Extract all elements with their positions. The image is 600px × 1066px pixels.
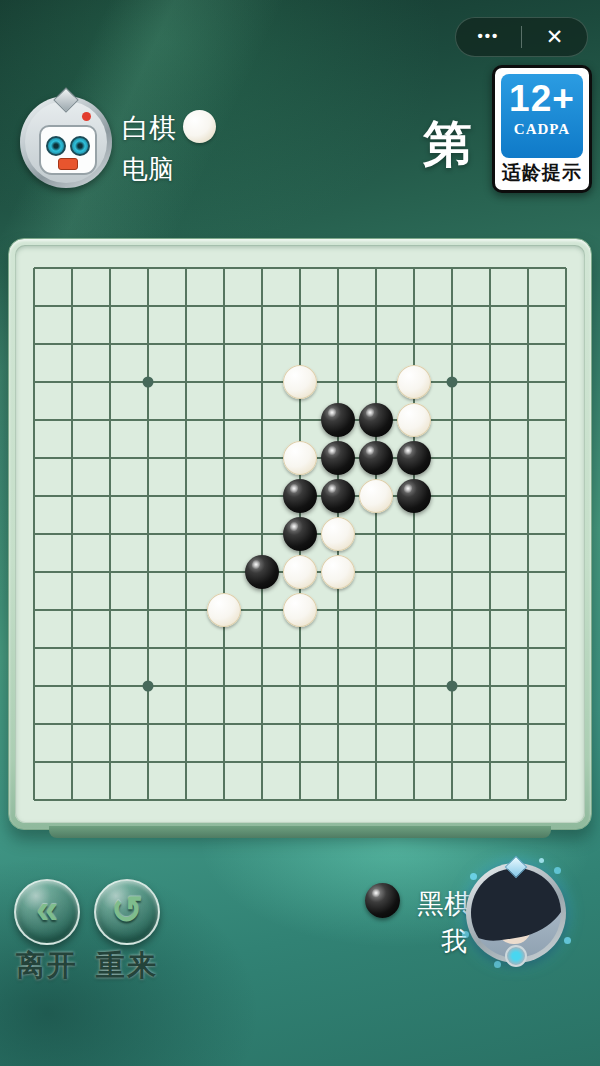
board-cell[interactable]: [91, 629, 129, 667]
board-cell[interactable]: [395, 515, 433, 553]
board-cell[interactable]: [53, 287, 91, 325]
board-cell[interactable]: [281, 553, 319, 591]
board-cell[interactable]: [205, 781, 243, 819]
white-player-name: 电脑: [122, 152, 174, 187]
board-cell[interactable]: [395, 287, 433, 325]
board-cell[interactable]: [129, 477, 167, 515]
restart-button-label: 重来: [86, 946, 168, 986]
board-grid: [15, 249, 585, 819]
board-cell[interactable]: [395, 249, 433, 287]
board-cell[interactable]: [509, 249, 547, 287]
board-cell[interactable]: [205, 287, 243, 325]
age-rating-text: 12+: [501, 80, 583, 117]
board-cell[interactable]: [167, 629, 205, 667]
board-cell[interactable]: [357, 781, 395, 819]
board-cell[interactable]: [357, 743, 395, 781]
leave-button-label: 离开: [6, 946, 88, 986]
board-cell[interactable]: [281, 287, 319, 325]
board-cell[interactable]: [91, 325, 129, 363]
board-cell[interactable]: [547, 249, 585, 287]
board-cell[interactable]: [129, 287, 167, 325]
board-cell[interactable]: [281, 325, 319, 363]
white-stone-icon: [183, 110, 216, 143]
board-cell[interactable]: [547, 591, 585, 629]
restart-button[interactable]: ↺: [94, 879, 160, 945]
board-cell[interactable]: [91, 591, 129, 629]
board-cell[interactable]: [509, 705, 547, 743]
window-controls: ••• ✕: [455, 17, 588, 57]
board-cell[interactable]: [129, 515, 167, 553]
board-cell[interactable]: [547, 515, 585, 553]
board-cell[interactable]: [547, 553, 585, 591]
board-cell[interactable]: [129, 629, 167, 667]
board-cell[interactable]: [15, 287, 53, 325]
board-cell[interactable]: [547, 287, 585, 325]
board-cell[interactable]: [91, 401, 129, 439]
board-cell[interactable]: [319, 287, 357, 325]
star-point: [143, 377, 154, 388]
board-cell[interactable]: [167, 401, 205, 439]
board-cell[interactable]: [509, 325, 547, 363]
board-cell[interactable]: [53, 401, 91, 439]
board-cell[interactable]: [433, 363, 471, 401]
black-stone: [397, 441, 431, 475]
board-cell[interactable]: [205, 477, 243, 515]
board-cell[interactable]: [357, 629, 395, 667]
board-cell[interactable]: [433, 743, 471, 781]
board-cell[interactable]: [471, 781, 509, 819]
board-cell[interactable]: [15, 249, 53, 287]
board-cell[interactable]: [433, 553, 471, 591]
board-cell[interactable]: [205, 667, 243, 705]
board-cell[interactable]: [15, 363, 53, 401]
board-cell[interactable]: [433, 591, 471, 629]
board-cell[interactable]: [53, 249, 91, 287]
board-cell[interactable]: [433, 249, 471, 287]
board-cell[interactable]: [395, 363, 433, 401]
board-cell[interactable]: [205, 515, 243, 553]
board-cell[interactable]: [167, 781, 205, 819]
board-cell[interactable]: [91, 363, 129, 401]
board-cell[interactable]: [243, 781, 281, 819]
black-stone: [359, 441, 393, 475]
board-cell[interactable]: [395, 553, 433, 591]
board-cell[interactable]: [167, 287, 205, 325]
black-stone: [321, 403, 355, 437]
more-button[interactable]: •••: [456, 18, 521, 56]
board-cell[interactable]: [167, 249, 205, 287]
board-cell[interactable]: [243, 705, 281, 743]
age-note-text: 适龄提示: [495, 160, 589, 186]
board-cell[interactable]: [91, 667, 129, 705]
white-stone: [397, 365, 431, 399]
board-cell[interactable]: [243, 553, 281, 591]
board-cell[interactable]: [53, 743, 91, 781]
board-cell[interactable]: [129, 591, 167, 629]
board-cell[interactable]: [509, 287, 547, 325]
black-stone: [245, 555, 279, 589]
black-player-avatar: [466, 863, 566, 963]
white-stone: [397, 403, 431, 437]
board-cell[interactable]: [129, 363, 167, 401]
board-cell[interactable]: [167, 325, 205, 363]
black-stone: [321, 479, 355, 513]
board-cell[interactable]: [319, 667, 357, 705]
board-cell[interactable]: [243, 477, 281, 515]
game-screen: ••• ✕ 第 12+ CADPA 适龄提示 白棋 电脑: [0, 0, 600, 1066]
white-stone: [359, 479, 393, 513]
board-cell[interactable]: [167, 439, 205, 477]
board-cell[interactable]: [433, 477, 471, 515]
star-point: [447, 681, 458, 692]
robot-eye-icon: [46, 136, 66, 156]
board-cell[interactable]: [471, 363, 509, 401]
board-cell[interactable]: [167, 363, 205, 401]
black-stone-icon: [365, 883, 400, 918]
board-cell[interactable]: [547, 743, 585, 781]
board-cell[interactable]: [91, 553, 129, 591]
board-cell[interactable]: [509, 591, 547, 629]
board-cell[interactable]: [53, 325, 91, 363]
board-cell[interactable]: [205, 743, 243, 781]
black-stone: [321, 441, 355, 475]
board-cell[interactable]: [395, 781, 433, 819]
board-cell[interactable]: [53, 363, 91, 401]
board-cell[interactable]: [281, 439, 319, 477]
board-cell[interactable]: [319, 249, 357, 287]
robot-antenna-icon: [82, 112, 91, 121]
board-cell[interactable]: [205, 249, 243, 287]
board-cell[interactable]: [281, 781, 319, 819]
avatar-badge-icon: [505, 945, 527, 967]
board-cell[interactable]: [129, 781, 167, 819]
board-cell[interactable]: [395, 401, 433, 439]
board-cell[interactable]: [243, 743, 281, 781]
board-cell[interactable]: [129, 249, 167, 287]
board-cell[interactable]: [395, 591, 433, 629]
board-cell[interactable]: [167, 743, 205, 781]
board-cell[interactable]: [319, 705, 357, 743]
board-cell[interactable]: [319, 629, 357, 667]
board-cell[interactable]: [509, 363, 547, 401]
board-cell[interactable]: [357, 287, 395, 325]
board-cell[interactable]: [15, 553, 53, 591]
board-cell[interactable]: [319, 325, 357, 363]
white-stone: [207, 593, 241, 627]
board-cell[interactable]: [129, 667, 167, 705]
board-cell[interactable]: [433, 629, 471, 667]
board-cell[interactable]: [395, 325, 433, 363]
board-cell[interactable]: [547, 781, 585, 819]
age-org-text: CADPA: [501, 121, 583, 138]
board-cell[interactable]: [509, 439, 547, 477]
board-cell[interactable]: [471, 667, 509, 705]
board-cell[interactable]: [281, 591, 319, 629]
board-cell[interactable]: [357, 477, 395, 515]
board-cell[interactable]: [471, 629, 509, 667]
board-cell[interactable]: [357, 439, 395, 477]
board-cell[interactable]: [91, 287, 129, 325]
board-cell[interactable]: [319, 553, 357, 591]
board-cell[interactable]: [319, 439, 357, 477]
board-cell[interactable]: [243, 287, 281, 325]
board-cell[interactable]: [91, 705, 129, 743]
board-cell[interactable]: [205, 439, 243, 477]
board-cell[interactable]: [91, 781, 129, 819]
white-stone: [283, 555, 317, 589]
board-cell[interactable]: [471, 515, 509, 553]
board-cell[interactable]: [471, 325, 509, 363]
board-cell[interactable]: [53, 477, 91, 515]
board-cell[interactable]: [205, 553, 243, 591]
board-cell[interactable]: [395, 743, 433, 781]
board-cell[interactable]: [319, 515, 357, 553]
board-cell[interactable]: [547, 705, 585, 743]
board-cell[interactable]: [281, 477, 319, 515]
board-cell[interactable]: [509, 743, 547, 781]
board-cell[interactable]: [547, 667, 585, 705]
board-cell[interactable]: [357, 705, 395, 743]
board-cell[interactable]: [129, 743, 167, 781]
board-cell[interactable]: [547, 439, 585, 477]
board-cell[interactable]: [395, 629, 433, 667]
black-stone: [397, 479, 431, 513]
board-cell[interactable]: [243, 249, 281, 287]
board-cell[interactable]: [471, 287, 509, 325]
board-cell[interactable]: [167, 477, 205, 515]
board-cell[interactable]: [243, 401, 281, 439]
board-cell[interactable]: [15, 667, 53, 705]
white-stone: [283, 365, 317, 399]
board-cell[interactable]: [15, 705, 53, 743]
board-surface: [15, 245, 585, 823]
board-cell[interactable]: [53, 439, 91, 477]
board-cell[interactable]: [91, 249, 129, 287]
board-cell[interactable]: [471, 591, 509, 629]
board-cell[interactable]: [53, 591, 91, 629]
board-cell[interactable]: [281, 515, 319, 553]
board-cell[interactable]: [395, 477, 433, 515]
board-cell[interactable]: [433, 705, 471, 743]
board-cell[interactable]: [91, 477, 129, 515]
board-cell[interactable]: [243, 439, 281, 477]
board-cell[interactable]: [319, 363, 357, 401]
black-player-name: 我: [441, 924, 467, 959]
board-cell[interactable]: [357, 591, 395, 629]
board-cell[interactable]: [167, 667, 205, 705]
board-cell[interactable]: [357, 325, 395, 363]
board-cell[interactable]: [167, 553, 205, 591]
board-cell[interactable]: [15, 439, 53, 477]
board-cell[interactable]: [471, 743, 509, 781]
board-cell[interactable]: [509, 477, 547, 515]
board-cell[interactable]: [357, 515, 395, 553]
board-cell[interactable]: [395, 439, 433, 477]
board-cell[interactable]: [433, 401, 471, 439]
board-cell[interactable]: [243, 515, 281, 553]
board-cell[interactable]: [319, 781, 357, 819]
board-cell[interactable]: [243, 667, 281, 705]
board-cell[interactable]: [53, 781, 91, 819]
board-cell[interactable]: [129, 705, 167, 743]
white-stone: [321, 517, 355, 551]
star-point: [143, 681, 154, 692]
black-stone: [359, 403, 393, 437]
board-cell[interactable]: [357, 553, 395, 591]
board-cell[interactable]: [319, 591, 357, 629]
close-button[interactable]: ✕: [522, 18, 587, 56]
board-cell[interactable]: [509, 553, 547, 591]
black-stone: [283, 517, 317, 551]
board-cell[interactable]: [167, 705, 205, 743]
board-cell[interactable]: [547, 477, 585, 515]
board-cell[interactable]: [205, 705, 243, 743]
board-cell[interactable]: [547, 363, 585, 401]
robot-face: [25, 101, 107, 183]
leave-icon: «: [36, 889, 58, 935]
board-cell[interactable]: [129, 439, 167, 477]
board-cell[interactable]: [509, 515, 547, 553]
board-cell[interactable]: [433, 287, 471, 325]
white-stone: [283, 593, 317, 627]
board-cell[interactable]: [509, 781, 547, 819]
board-cell[interactable]: [167, 515, 205, 553]
board-cell[interactable]: [471, 401, 509, 439]
board-cell[interactable]: [167, 591, 205, 629]
board-cell[interactable]: [53, 553, 91, 591]
black-side-label: 黑棋: [417, 886, 471, 922]
white-side-label: 白棋: [122, 110, 176, 146]
board-cell[interactable]: [15, 781, 53, 819]
white-stone: [283, 441, 317, 475]
board-cell[interactable]: [547, 401, 585, 439]
board-cell[interactable]: [53, 667, 91, 705]
board-cell[interactable]: [281, 705, 319, 743]
age-rating-badge[interactable]: 12+ CADPA 适龄提示: [492, 65, 592, 193]
board-cell[interactable]: [433, 667, 471, 705]
board-cell[interactable]: [357, 401, 395, 439]
board-cell[interactable]: [243, 629, 281, 667]
board-cell[interactable]: [509, 629, 547, 667]
board-cell[interactable]: [91, 439, 129, 477]
board-cell[interactable]: [15, 325, 53, 363]
board-cell[interactable]: [509, 667, 547, 705]
robot-eye-icon: [70, 136, 90, 156]
board-cell[interactable]: [129, 553, 167, 591]
board-cell[interactable]: [129, 325, 167, 363]
black-stone: [283, 479, 317, 513]
board-cell[interactable]: [357, 667, 395, 705]
board-cell[interactable]: [395, 667, 433, 705]
board-cell[interactable]: [319, 477, 357, 515]
board-cell[interactable]: [547, 629, 585, 667]
age-rating-box: 12+ CADPA: [501, 74, 583, 158]
white-player-avatar: [20, 96, 112, 188]
board-cell[interactable]: [53, 629, 91, 667]
round-indicator: 第: [423, 112, 472, 178]
board-cell[interactable]: [281, 667, 319, 705]
board-cell[interactable]: [357, 249, 395, 287]
board-cell[interactable]: [281, 363, 319, 401]
board-cell[interactable]: [281, 249, 319, 287]
board-cell[interactable]: [15, 401, 53, 439]
board-cell[interactable]: [91, 743, 129, 781]
anime-hair: [471, 868, 561, 945]
board-cell[interactable]: [243, 325, 281, 363]
board-cell[interactable]: [319, 743, 357, 781]
board-cell[interactable]: [205, 325, 243, 363]
board-cell[interactable]: [205, 629, 243, 667]
restart-icon: ↺: [111, 891, 143, 933]
board-cell[interactable]: [15, 743, 53, 781]
star-point: [447, 377, 458, 388]
board-cell[interactable]: [471, 439, 509, 477]
board-cell[interactable]: [205, 591, 243, 629]
board-cell[interactable]: [15, 629, 53, 667]
board-cell[interactable]: [281, 629, 319, 667]
board-cell[interactable]: [471, 553, 509, 591]
board-cell[interactable]: [395, 705, 433, 743]
board-cell[interactable]: [243, 591, 281, 629]
board-cell[interactable]: [471, 477, 509, 515]
board-cell[interactable]: [15, 477, 53, 515]
board-cell[interactable]: [433, 781, 471, 819]
white-stone: [321, 555, 355, 589]
leave-button[interactable]: «: [14, 879, 80, 945]
board-cell[interactable]: [471, 249, 509, 287]
board-cell[interactable]: [91, 515, 129, 553]
board-cell[interactable]: [205, 401, 243, 439]
board-cell[interactable]: [433, 439, 471, 477]
board-cell[interactable]: [129, 401, 167, 439]
board-cell[interactable]: [15, 591, 53, 629]
gomoku-board: [8, 238, 592, 830]
board-cell[interactable]: [53, 705, 91, 743]
board-cell[interactable]: [243, 363, 281, 401]
robot-head: [39, 125, 97, 175]
board-cell[interactable]: [205, 363, 243, 401]
board-cell[interactable]: [357, 363, 395, 401]
board-cell[interactable]: [53, 515, 91, 553]
board-cell[interactable]: [433, 325, 471, 363]
board-cell[interactable]: [547, 325, 585, 363]
board-cell[interactable]: [281, 401, 319, 439]
board-cell[interactable]: [281, 743, 319, 781]
board-cell[interactable]: [509, 401, 547, 439]
board-cell[interactable]: [319, 401, 357, 439]
board-cell[interactable]: [433, 515, 471, 553]
board-cell[interactable]: [471, 705, 509, 743]
robot-mouth-icon: [58, 158, 78, 170]
board-stand: [49, 826, 551, 838]
board-cell[interactable]: [15, 515, 53, 553]
